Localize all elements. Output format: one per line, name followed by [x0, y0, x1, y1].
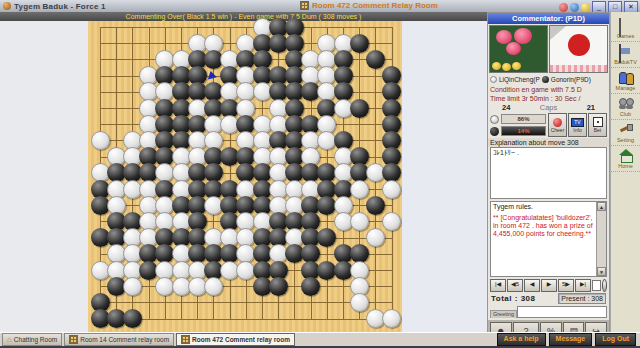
ask-a-help-button[interactable]: Ask a help — [497, 333, 546, 346]
white-stone[interactable] — [366, 228, 385, 247]
black-stone[interactable] — [350, 99, 369, 118]
time-limit: Time limit 3r 50min : 30 Sec / — [488, 94, 609, 103]
tab-label: Chatting Room — [14, 336, 57, 343]
games-icon — [618, 19, 634, 32]
room-tab-bar: ⌂Chatting RoomRoom 14 Comment relay room… — [0, 332, 640, 346]
right-icon-rail: GamesBadukTVManageClubSettingHome — [610, 12, 640, 332]
baduktv-icon — [618, 45, 634, 58]
black-player-name: Gonorin(P9D) — [551, 76, 591, 83]
home-icon: ⌂ — [7, 336, 12, 344]
white-player-artwork — [489, 25, 548, 73]
game-status-line: Commenting Over( Black 1.5 win ) - Even … — [0, 12, 487, 21]
scroll-up-icon[interactable]: ▲ — [597, 202, 606, 211]
room-icon — [69, 335, 78, 344]
chat-message: ** [Congratulatates] 'bulldozer2', in ro… — [493, 214, 594, 238]
white-winrate-knob[interactable] — [490, 115, 499, 124]
manage-icon — [618, 71, 634, 84]
bulb-icon[interactable] — [581, 3, 590, 12]
white-stone[interactable] — [350, 180, 369, 199]
white-stone[interactable] — [382, 309, 401, 328]
cheer-ball-icon — [553, 118, 562, 127]
go-board[interactable] — [88, 21, 402, 332]
rail-item-setting[interactable]: Setting — [611, 120, 640, 146]
black-stone-icon — [542, 76, 549, 83]
white-stone[interactable] — [91, 131, 110, 150]
bet-button[interactable]: Bet — [588, 113, 607, 137]
room-icon — [181, 335, 190, 344]
alert-icon[interactable] — [559, 3, 568, 12]
cheer-button[interactable]: Cheer — [548, 113, 567, 137]
info-screen-icon: TV — [571, 118, 584, 127]
setting-icon — [618, 123, 634, 136]
white-captures: 24 — [502, 103, 510, 112]
commentator-panel: Commentator: (P1D) LiQinCheng(P Gonorin(… — [487, 12, 610, 332]
black-stone[interactable] — [366, 50, 385, 69]
greeting-input[interactable] — [517, 306, 607, 318]
board-right-margin — [402, 21, 487, 332]
explanation-box[interactable]: ｺﾚ1ﾄﾘ~ . — [490, 147, 607, 199]
scroll-down-icon[interactable]: ▼ — [597, 267, 606, 276]
white-stone[interactable] — [382, 180, 401, 199]
chat-message: Tygem rules. — [493, 203, 594, 211]
tab-chatting-room[interactable]: ⌂Chatting Room — [2, 333, 62, 346]
rail-item-club[interactable]: Club — [611, 94, 640, 120]
rail-item-home[interactable]: Home — [611, 146, 640, 172]
app-icon — [3, 2, 11, 10]
chat-box[interactable]: Tygem rules.** [Congratulatates] 'bulldo… — [490, 201, 607, 277]
explanation-label: Explanation about move 308 — [488, 138, 609, 147]
rail-label: Setting — [617, 137, 634, 143]
white-stone[interactable] — [382, 212, 401, 231]
black-stone[interactable] — [301, 277, 320, 296]
white-stone[interactable] — [350, 293, 369, 312]
tab-room-14-comment-relay-room[interactable]: Room 14 Comment relay room — [64, 333, 174, 346]
tab-label: Room 14 Comment relay room — [80, 336, 169, 343]
black-captures: 21 — [587, 103, 595, 112]
black-winrate-bar: 14% — [501, 126, 546, 136]
dice-icon — [593, 117, 603, 127]
nav--button[interactable]: ▶| — [575, 279, 591, 292]
nav-5-button[interactable]: 5▶ — [558, 279, 574, 292]
black-player-flag-japan — [549, 25, 608, 73]
nav-5-button[interactable]: ◀5 — [507, 279, 523, 292]
black-winrate-knob[interactable] — [490, 127, 499, 136]
rail-item-manage[interactable]: Manage — [611, 68, 640, 94]
club-icon — [618, 97, 634, 110]
white-stone[interactable] — [350, 212, 369, 231]
window-title: Tygem Baduk - Force 1 — [14, 2, 106, 11]
white-stone-icon — [490, 76, 497, 83]
rail-label: Manage — [616, 85, 636, 91]
globe-icon[interactable] — [570, 3, 579, 12]
tab-room-472-comment-relay-room[interactable]: Room 472 Comment relay room — [176, 333, 295, 346]
black-stone[interactable] — [269, 277, 288, 296]
greeting-label: Greeting — [490, 310, 517, 318]
nav--button[interactable]: |◀ — [490, 279, 506, 292]
game-condition: Condition en game with 7.5 D — [488, 85, 609, 94]
nav--button[interactable]: ▶ — [541, 279, 557, 292]
go-to-move-button[interactable] — [602, 279, 607, 292]
log-out-button[interactable]: Log Out — [595, 333, 636, 346]
rail-item-baduktv[interactable]: BadukTV — [611, 42, 640, 68]
rail-label: Home — [618, 163, 633, 169]
info-button[interactable]: TV Info — [568, 113, 587, 137]
captures-label: Caps — [540, 103, 558, 112]
room-icon — [300, 1, 309, 10]
white-stone[interactable] — [123, 277, 142, 296]
rail-label: Club — [620, 111, 631, 117]
black-stone[interactable] — [123, 309, 142, 328]
room-link[interactable]: Room 472 Comment Relay Room — [300, 1, 438, 10]
white-player-name: LiQinCheng(P — [499, 76, 540, 83]
white-winrate-bar: 86% — [501, 114, 546, 124]
total-moves: Total : 308 — [491, 294, 535, 303]
black-stone[interactable] — [366, 196, 385, 215]
nav--button[interactable]: ◀ — [524, 279, 540, 292]
white-stone[interactable] — [204, 277, 223, 296]
tygem-client-window: Tygem Baduk - Force 1 Room 472 Comment R… — [0, 0, 640, 348]
chat-scrollbar[interactable]: ▲ ▼ — [596, 202, 606, 276]
rail-label: BadukTV — [614, 59, 637, 65]
home-icon — [618, 149, 634, 162]
move-jump-input[interactable] — [592, 280, 601, 291]
black-stone[interactable] — [350, 34, 369, 53]
message-button[interactable]: Message — [549, 333, 593, 346]
tab-label: Room 472 Comment relay room — [192, 336, 290, 343]
present-move: Present : 308 — [558, 293, 606, 304]
rail-item-games[interactable]: Games — [611, 16, 640, 42]
commentator-header: Commentator: (P1D) — [488, 13, 609, 24]
